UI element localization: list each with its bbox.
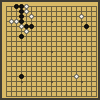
grid-line-vertical [76, 6, 77, 97]
star-point-q16 [81, 21, 83, 23]
grid-line-horizontal [6, 61, 97, 62]
white-stone-e14[interactable] [24, 29, 29, 34]
grid-line-vertical [96, 6, 97, 97]
white-stone-d15[interactable] [19, 24, 24, 29]
white-stone-p5[interactable] [74, 74, 79, 79]
black-stone-f15[interactable] [29, 24, 34, 29]
grid-line-vertical [66, 6, 67, 97]
star-point-q10 [81, 51, 83, 53]
grid-line-vertical [71, 6, 72, 97]
grid-line-horizontal [6, 66, 97, 67]
black-stone-d13[interactable] [19, 34, 24, 39]
grid-line-vertical [56, 6, 57, 97]
grid-line-horizontal [6, 71, 97, 72]
white-stone-f17[interactable] [29, 14, 34, 19]
black-stone-r15[interactable] [84, 24, 89, 29]
white-stone-b16[interactable] [9, 19, 14, 24]
star-point-k4 [51, 81, 53, 83]
grid-line-horizontal [6, 96, 97, 97]
star-point-k16 [51, 21, 53, 23]
grid-line-horizontal [6, 91, 97, 92]
white-stone-c16[interactable] [14, 19, 19, 24]
grid-line-vertical [61, 6, 62, 97]
star-point-d10 [21, 51, 23, 53]
star-point-q4 [81, 81, 83, 83]
grid-line-horizontal [6, 56, 97, 57]
grid-line-vertical [86, 6, 87, 97]
white-stone-e18[interactable] [24, 9, 29, 14]
star-point-k10 [51, 51, 53, 53]
grid-line-vertical [91, 6, 92, 97]
white-stone-q17[interactable] [79, 14, 84, 19]
go-board[interactable] [0, 0, 100, 100]
grid-line-horizontal [6, 86, 97, 87]
star-point-d4 [21, 81, 23, 83]
black-stone-d5[interactable] [19, 74, 24, 79]
